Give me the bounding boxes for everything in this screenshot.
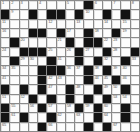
letter-cell-r14c14[interactable] [121,123,129,131]
clue-number: 10 [85,10,89,14]
clue-number: 31 [58,57,62,61]
clue-number: 14 [104,20,108,24]
clue-number: 28 [113,48,117,52]
letter-cell-r6c7[interactable] [57,48,65,56]
clue-number: 11 [2,20,6,24]
letter-cell-r1c9[interactable] [75,1,83,9]
clue-number: 41 [2,76,6,80]
letter-cell-r4c1[interactable]: 16 [1,29,9,37]
block-cell-r5c8 [66,38,74,46]
letter-cell-r5c14[interactable] [121,38,129,46]
letter-cell-r1c5[interactable]: 4 [38,1,46,9]
block-cell-r6c15 [131,48,139,56]
letter-cell-r14c7[interactable] [57,123,65,131]
letter-cell-r5c9[interactable] [75,38,83,46]
block-cell-r7c6 [47,57,55,65]
clue-number: 56 [30,104,34,108]
block-cell-r4c5 [38,29,46,37]
clue-number: 37 [76,66,80,70]
letter-cell-r11c2[interactable] [10,95,18,103]
letter-cell-r2c13[interactable] [112,10,120,18]
letter-cell-r4c3[interactable] [20,29,28,37]
letter-cell-r14c11[interactable] [94,123,102,131]
letter-cell-r13c15[interactable] [131,113,139,121]
block-cell-r12c1 [1,104,9,112]
clue-number: 47 [48,85,52,89]
block-cell-r2c1 [1,10,9,18]
letter-cell-r14c2[interactable] [10,123,18,131]
clue-number: 29 [21,57,25,61]
letter-cell-r2c10[interactable]: 10 [84,10,92,18]
block-cell-r6c5 [38,48,46,56]
letter-cell-r12c12[interactable]: 60 [103,104,111,112]
letter-cell-r5c15[interactable] [131,38,139,46]
letter-cell-r5c12[interactable]: 22 [103,38,111,46]
letter-cell-r2c15[interactable] [131,10,139,18]
clue-number: 22 [104,38,108,42]
letter-cell-r11c7[interactable] [57,95,65,103]
block-cell-r13c11 [94,113,102,121]
letter-cell-r9c4[interactable] [29,76,37,84]
letter-cell-r3c4[interactable] [29,20,37,28]
clue-number: 15 [122,20,126,24]
letter-cell-r1c8[interactable]: 5 [66,1,74,9]
letter-cell-r10c6[interactable]: 47 [47,85,55,93]
clue-number: 23 [113,38,117,42]
clue-number: 34 [2,66,6,70]
block-cell-r12c9 [75,104,83,112]
letter-cell-r12c8[interactable]: 58 [66,104,74,112]
letter-cell-r14c3[interactable] [20,123,28,131]
letter-cell-r13c2[interactable]: 61 [10,113,18,121]
block-cell-r8c7 [57,66,65,74]
letter-cell-r11c3[interactable]: 52 [20,95,28,103]
letter-cell-r9c3[interactable] [20,76,28,84]
clue-number: 51 [2,95,6,99]
letter-cell-r1c3[interactable]: 3 [20,1,28,9]
block-cell-r8c5 [38,66,46,74]
clue-number: 66 [48,123,52,127]
letter-cell-r14c13[interactable]: 67 [112,123,120,131]
letter-cell-r7c4[interactable]: 30 [29,57,37,65]
block-cell-r6c12 [103,48,111,56]
letter-cell-r3c15[interactable] [131,20,139,28]
block-cell-r12c5 [38,104,46,112]
block-cell-r7c11 [94,57,102,65]
letter-cell-r2c5[interactable] [38,10,46,18]
letter-cell-r5c13[interactable]: 23 [112,38,120,46]
letter-cell-r12c4[interactable]: 56 [29,104,37,112]
block-cell-r7c2 [10,57,18,65]
clue-number: 60 [104,104,108,108]
letter-cell-r5c3[interactable]: 20 [20,38,28,46]
block-cell-r10c5 [38,85,46,93]
block-cell-r12c14 [121,104,129,112]
block-cell-r11c8 [66,95,74,103]
letter-cell-r7c1[interactable] [1,57,9,65]
letter-cell-r5c4[interactable] [29,38,37,46]
letter-cell-r13c9[interactable]: 63 [75,113,83,121]
letter-cell-r8c2[interactable]: 35 [10,66,18,74]
clue-number: 63 [76,113,80,117]
letter-cell-r4c8[interactable]: 17 [66,29,74,37]
letter-cell-r11c5[interactable] [38,95,46,103]
clue-number: 35 [11,66,15,70]
clue-number: 12 [48,20,52,24]
clue-number: 40 [122,66,126,70]
clue-number: 27 [85,48,89,52]
letter-cell-r12c6[interactable]: 57 [47,104,55,112]
block-cell-r2c4 [29,10,37,18]
letter-cell-r3c11[interactable] [94,20,102,28]
letter-cell-r12c15[interactable] [131,104,139,112]
letter-cell-r13c7[interactable]: 62 [57,113,65,121]
letter-cell-r14c6[interactable]: 66 [47,123,55,131]
clue-number: 7 [113,1,115,5]
letter-cell-r8c4[interactable] [29,66,37,74]
letter-cell-r7c15[interactable]: 33 [131,57,139,65]
letter-cell-r2c11[interactable] [94,10,102,18]
letter-cell-r11c13[interactable]: 53 [112,95,120,103]
clue-number: 17 [67,29,71,33]
letter-cell-r13c4[interactable] [29,113,37,121]
letter-cell-r6c2[interactable] [10,48,18,56]
clue-number: 30 [30,57,34,61]
clue-number: 33 [132,57,136,61]
letter-cell-r13c5[interactable] [38,113,46,121]
clue-number: 2 [11,1,13,5]
letter-cell-r6c14[interactable] [121,48,129,56]
letter-cell-r13c8[interactable] [66,113,74,121]
clue-number: 9 [11,10,13,14]
letter-cell-r6c11[interactable] [94,48,102,56]
letter-cell-r5c7[interactable]: 21 [57,38,65,46]
letter-cell-r1c13[interactable]: 7 [112,1,120,9]
letter-cell-r8c1[interactable]: 34 [1,66,9,74]
letter-cell-r9c7[interactable]: 43 [57,76,65,84]
block-cell-r4c7 [57,29,65,37]
letter-cell-r10c12[interactable]: 49 [103,85,111,93]
letter-cell-r9c8[interactable] [66,76,74,84]
clue-number: 48 [76,85,80,89]
letter-cell-r14c4[interactable] [29,123,37,131]
letter-cell-r2c8[interactable] [66,10,74,18]
block-cell-r10c3 [20,85,28,93]
letter-cell-r13c13[interactable] [112,113,120,121]
letter-cell-r10c15[interactable] [131,85,139,93]
block-cell-r4c4 [29,29,37,37]
block-cell-r12c11 [94,104,102,112]
letter-cell-r10c9[interactable]: 48 [75,85,83,93]
letter-cell-r8c11[interactable]: 38 [94,66,102,74]
block-cell-r11c4 [29,95,37,103]
clue-number: 54 [122,95,126,99]
letter-cell-r9c15[interactable] [131,76,139,84]
block-cell-r2c6 [47,10,55,18]
letter-cell-r7c8[interactable] [66,57,74,65]
clue-number: 67 [113,123,117,127]
crossword-puzzle: 1234567891011121314151617181920212223242… [0,0,140,132]
letter-cell-r4c2[interactable] [10,29,18,37]
clue-number: 3 [21,1,23,5]
clue-number: 39 [113,66,117,70]
block-cell-r13c3 [20,113,28,121]
letter-cell-r2c3[interactable] [20,10,28,18]
clue-number: 49 [104,85,108,89]
clue-number: 36 [67,66,71,70]
letter-cell-r14c15[interactable] [131,123,139,131]
letter-cell-r12c3[interactable] [20,104,28,112]
block-cell-r13c6 [47,113,55,121]
clue-number: 46 [122,76,126,80]
letter-cell-r1c11[interactable]: 6 [94,1,102,9]
clue-number: 13 [76,20,80,24]
clue-number: 53 [113,95,117,99]
clue-number: 21 [58,38,62,42]
clue-number: 24 [2,48,6,52]
letter-cell-r14c1[interactable]: 65 [1,123,9,131]
block-cell-r14c12 [103,123,111,131]
letter-cell-r4c12[interactable] [103,29,111,37]
clue-number: 62 [58,113,62,117]
letter-cell-r4c6[interactable] [47,29,55,37]
block-cell-r7c14 [121,57,129,65]
letter-cell-r6c6[interactable]: 25 [47,48,55,56]
block-cell-r9c13 [112,76,120,84]
letter-cell-r1c7[interactable] [57,1,65,9]
block-cell-r9c5 [38,76,46,84]
letter-cell-r8c9[interactable]: 37 [75,66,83,74]
letter-cell-r10c7[interactable] [57,85,65,93]
letter-cell-r11c15[interactable] [131,95,139,103]
letter-cell-r11c11[interactable] [94,95,102,103]
letter-cell-r8c3[interactable] [20,66,28,74]
letter-cell-r9c14[interactable]: 46 [121,76,129,84]
block-cell-r8c10 [84,66,92,74]
letter-cell-r1c12[interactable] [103,1,111,9]
letter-cell-r1c15[interactable]: 8 [131,1,139,9]
letter-cell-r1c14[interactable] [121,1,129,9]
letter-cell-r3c8[interactable] [66,20,74,28]
block-cell-r6c3 [20,48,28,56]
block-cell-r5c10 [84,38,92,46]
block-cell-r7c9 [75,57,83,65]
letter-cell-r6c10[interactable]: 27 [84,48,92,56]
clue-number: 59 [85,104,89,108]
letter-cell-r13c10[interactable] [84,113,92,121]
block-cell-r11c10 [84,95,92,103]
letter-cell-r9c11[interactable]: 44 [94,76,102,84]
letter-cell-r9c12[interactable]: 45 [103,76,111,84]
letter-cell-r3c14[interactable]: 15 [121,20,129,28]
letter-cell-r3c5[interactable] [38,20,46,28]
block-cell-r4c10 [84,29,92,37]
letter-cell-r7c12[interactable]: 32 [103,57,111,65]
letter-cell-r10c2[interactable] [10,85,18,93]
letter-cell-r10c4[interactable] [29,85,37,93]
letter-cell-r1c1[interactable]: 1 [1,1,9,9]
block-cell-r4c13 [112,29,120,37]
clue-number: 64 [104,113,108,117]
block-cell-r1c10 [84,1,92,9]
letter-cell-r2c2[interactable]: 9 [10,10,18,18]
letter-cell-r8c14[interactable]: 40 [121,66,129,74]
clue-number: 26 [67,48,71,52]
clue-number: 16 [2,29,6,33]
block-cell-r8c6 [47,66,55,74]
letter-cell-r14c9[interactable] [75,123,83,131]
letter-cell-r11c1[interactable]: 51 [1,95,9,103]
letter-cell-r3c10[interactable] [84,20,92,28]
block-cell-r2c9 [75,10,83,18]
letter-cell-r3c2[interactable] [10,20,18,28]
crossword-grid: 1234567891011121314151617181920212223242… [0,0,140,132]
block-cell-r14c10 [84,123,92,131]
block-cell-r10c8 [66,85,74,93]
letter-cell-r8c13[interactable]: 39 [112,66,120,74]
block-cell-r2c14 [121,10,129,18]
letter-cell-r3c7[interactable] [57,20,65,28]
block-cell-r9c10 [84,76,92,84]
clue-number: 55 [11,104,15,108]
letter-cell-r3c1[interactable]: 11 [1,20,9,28]
block-cell-r10c14 [121,85,129,93]
letter-cell-r3c13[interactable] [112,20,120,28]
letter-cell-r4c9[interactable] [75,29,83,37]
letter-cell-r8c15[interactable] [131,66,139,74]
letter-cell-r12c7[interactable] [57,104,65,112]
letter-cell-r12c10[interactable]: 59 [84,104,92,112]
letter-cell-r14c8[interactable] [66,123,74,131]
block-cell-r5c2 [10,38,18,46]
block-cell-r11c6 [47,95,55,103]
clue-number: 38 [95,66,99,70]
block-cell-r10c1 [1,85,9,93]
letter-cell-r6c13[interactable]: 28 [112,48,120,56]
letter-cell-r7c7[interactable]: 31 [57,57,65,65]
block-cell-r5c11 [94,38,102,46]
letter-cell-r7c13[interactable] [112,57,120,65]
block-cell-r13c1 [1,113,9,121]
block-cell-r2c7 [57,10,65,18]
letter-cell-r9c9[interactable] [75,76,83,84]
clue-number: 6 [95,1,97,5]
clue-number: 32 [104,57,108,61]
letter-cell-r8c8[interactable]: 36 [66,66,74,74]
clue-number: 65 [2,123,6,127]
clue-number: 58 [67,104,71,108]
letter-cell-r6c8[interactable]: 26 [66,48,74,56]
clue-number: 8 [132,1,134,5]
block-cell-r6c4 [29,48,37,56]
letter-cell-r9c2[interactable] [10,76,18,84]
clue-number: 44 [95,76,99,80]
letter-cell-r9c1[interactable]: 41 [1,76,9,84]
letter-cell-r11c9[interactable] [75,95,83,103]
clue-number: 5 [67,1,69,5]
clue-number: 61 [11,113,15,117]
letter-cell-r4c11[interactable]: 18 [94,29,102,37]
letter-cell-r3c12[interactable]: 14 [103,20,111,28]
block-cell-r8c12 [103,66,111,74]
letter-cell-r12c13[interactable] [112,104,120,112]
letter-cell-r3c6[interactable]: 12 [47,20,55,28]
letter-cell-r10c10[interactable] [84,85,92,93]
letter-cell-r10c13[interactable]: 50 [112,85,120,93]
clue-number: 57 [48,104,52,108]
block-cell-r2c12 [103,10,111,18]
letter-cell-r5c1[interactable] [1,38,9,46]
letter-cell-r13c12[interactable]: 64 [103,113,111,121]
clue-number: 52 [21,95,25,99]
letter-cell-r7c3[interactable]: 29 [20,57,28,65]
clue-number: 1 [2,1,4,5]
letter-cell-r5c5[interactable] [38,38,46,46]
clue-number: 45 [104,76,108,80]
clue-number: 42 [48,76,52,80]
clue-number: 25 [48,48,52,52]
letter-cell-r7c10[interactable] [84,57,92,65]
clue-number: 18 [95,29,99,33]
clue-number: 50 [113,85,117,89]
letter-cell-r3c9[interactable]: 13 [75,20,83,28]
letter-cell-r1c2[interactable]: 2 [10,1,18,9]
letter-cell-r9c6[interactable]: 42 [47,76,55,84]
letter-cell-r1c6[interactable] [47,1,55,9]
block-cell-r13c14 [121,113,129,121]
block-cell-r6c9 [75,48,83,56]
letter-cell-r12c2[interactable]: 55 [10,104,18,112]
block-cell-r14c5 [38,123,46,131]
clue-number: 4 [39,1,41,5]
letter-cell-r3c3[interactable] [20,20,28,28]
letter-cell-r6c1[interactable]: 24 [1,48,9,56]
letter-cell-r4c15[interactable] [131,29,139,37]
clue-number: 20 [21,38,25,42]
letter-cell-r11c14[interactable]: 54 [121,95,129,103]
block-cell-r10c11 [94,85,102,93]
letter-cell-r7c5[interactable] [38,57,46,65]
letter-cell-r1c4[interactable] [29,1,37,9]
block-cell-r11c12 [103,95,111,103]
clue-number: 19 [122,29,126,33]
letter-cell-r5c6[interactable] [47,38,55,46]
letter-cell-r4c14[interactable]: 19 [121,29,129,37]
clue-number: 43 [58,76,62,80]
